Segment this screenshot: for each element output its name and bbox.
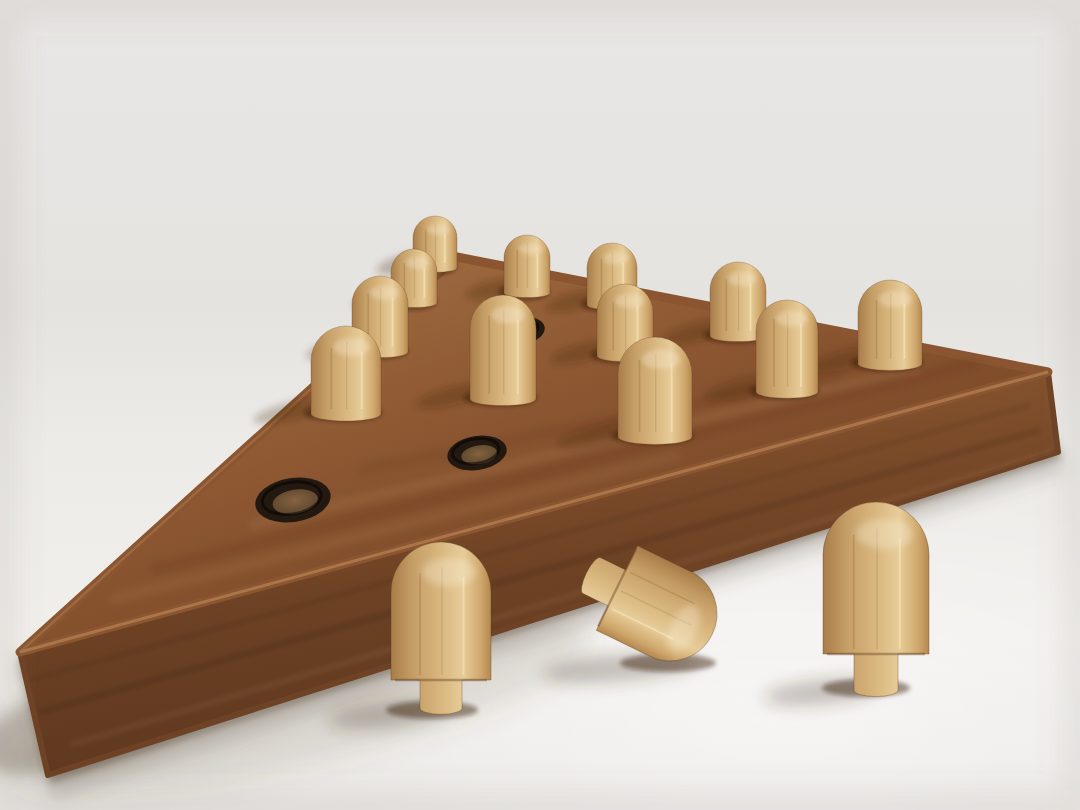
- peg-hole-5[interactable]: [470, 295, 536, 406]
- photo-stage: [0, 0, 1080, 810]
- peg-dome-highlight: [519, 243, 543, 255]
- peg-dome-highlight: [856, 519, 913, 549]
- peg-dome-highlight: [776, 311, 808, 327]
- peg-dome-highlight: [878, 291, 911, 308]
- peg-hole-10[interactable]: [756, 300, 818, 398]
- peg-dome-highlight: [642, 350, 680, 369]
- peg-hole-6[interactable]: [618, 337, 692, 444]
- peg-dome-highlight: [603, 252, 629, 265]
- peg-dome-highlight: [427, 223, 450, 234]
- peg-dome-highlight: [422, 558, 476, 586]
- peg-dome-highlight: [370, 286, 399, 301]
- peg-dome-highlight: [333, 338, 369, 356]
- peg-dome-highlight: [491, 306, 525, 323]
- peg-dome-highlight: [615, 294, 644, 309]
- peg-hole-2[interactable]: [311, 326, 381, 421]
- scene: [0, 0, 1080, 810]
- peg-dome-highlight: [406, 257, 430, 269]
- peg-dome-highlight: [728, 272, 757, 287]
- peg-hole-12[interactable]: [504, 235, 550, 298]
- peg-hole-15[interactable]: [858, 280, 922, 370]
